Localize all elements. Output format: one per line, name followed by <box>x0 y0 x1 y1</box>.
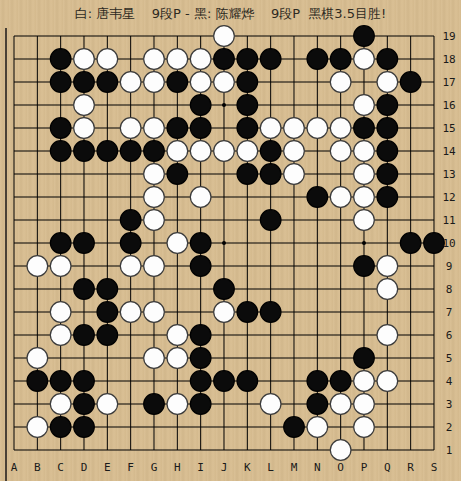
column-label: O <box>337 461 344 474</box>
black-stone <box>237 72 258 93</box>
column-label: L <box>267 461 274 474</box>
white-stone <box>167 325 188 346</box>
black-stone <box>307 187 328 208</box>
white-stone <box>354 49 375 70</box>
black-stone <box>120 210 141 231</box>
white-stone <box>260 394 281 415</box>
black-stone <box>50 371 71 392</box>
column-label: C <box>57 461 64 474</box>
black-stone <box>237 95 258 116</box>
row-label: 14 <box>442 145 455 158</box>
black-stone <box>74 325 95 346</box>
black-stone <box>354 118 375 139</box>
white-stone <box>27 348 48 369</box>
white-stone <box>190 187 211 208</box>
black-stone <box>190 371 211 392</box>
column-label: E <box>104 461 111 474</box>
row-label: 10 <box>442 237 455 250</box>
white-stone <box>330 187 351 208</box>
white-stone <box>50 302 71 323</box>
black-stone <box>190 118 211 139</box>
white-stone <box>260 118 281 139</box>
row-label: 12 <box>442 191 455 204</box>
white-stone <box>144 49 165 70</box>
black-stone <box>120 233 141 254</box>
white-stone <box>330 72 351 93</box>
white-stone <box>190 72 211 93</box>
black-stone <box>400 233 421 254</box>
row-label: 17 <box>442 76 455 89</box>
white-stone <box>330 394 351 415</box>
row-label: 3 <box>446 398 453 411</box>
black-stone <box>74 233 95 254</box>
column-label: J <box>221 461 228 474</box>
white-stone <box>120 302 141 323</box>
white-stone <box>74 95 95 116</box>
black-stone <box>50 141 71 162</box>
column-label: H <box>174 461 181 474</box>
black-stone <box>50 72 71 93</box>
white-stone <box>354 141 375 162</box>
black-stone <box>27 371 48 392</box>
white-stone <box>144 210 165 231</box>
white-stone <box>214 26 235 47</box>
black-stone <box>190 348 211 369</box>
black-stone <box>74 279 95 300</box>
column-label: B <box>34 461 41 474</box>
black-stone <box>307 49 328 70</box>
white-stone <box>190 49 211 70</box>
white-stone <box>50 394 71 415</box>
white-stone <box>214 72 235 93</box>
black-stone <box>400 72 421 93</box>
white-stone <box>144 348 165 369</box>
column-label: K <box>244 461 251 474</box>
white-stone <box>377 279 398 300</box>
go-game-screen: 白: 唐韦星 9段P - 黑: 陈耀烨 9段P 黑棋3.5目胜! ABCDEFG… <box>0 0 461 481</box>
black-stone <box>74 141 95 162</box>
white-stone <box>167 49 188 70</box>
black-stone <box>377 95 398 116</box>
column-label: R <box>407 461 414 474</box>
white-stone <box>144 256 165 277</box>
black-stone <box>260 141 281 162</box>
black-stone <box>144 141 165 162</box>
black-stone <box>167 164 188 185</box>
black-stone <box>74 417 95 438</box>
black-stone <box>190 394 211 415</box>
black-stone <box>74 394 95 415</box>
column-label: N <box>314 461 321 474</box>
column-label: P <box>361 461 368 474</box>
black-stone <box>214 49 235 70</box>
star-point <box>222 241 226 245</box>
white-stone <box>144 118 165 139</box>
column-label: D <box>81 461 88 474</box>
black-stone <box>97 279 118 300</box>
white-stone <box>120 118 141 139</box>
black-stone <box>50 417 71 438</box>
white-stone <box>354 95 375 116</box>
row-label: 13 <box>442 168 455 181</box>
black-stone <box>50 233 71 254</box>
black-stone <box>167 118 188 139</box>
white-stone <box>377 72 398 93</box>
black-stone <box>97 141 118 162</box>
white-stone <box>330 440 351 461</box>
white-stone <box>97 394 118 415</box>
black-stone <box>50 49 71 70</box>
white-stone <box>190 141 211 162</box>
white-stone <box>284 118 305 139</box>
white-stone <box>377 256 398 277</box>
white-stone <box>284 141 305 162</box>
column-label: G <box>151 461 158 474</box>
row-label: 8 <box>446 283 453 296</box>
white-stone <box>307 118 328 139</box>
black-stone <box>307 394 328 415</box>
black-stone <box>377 164 398 185</box>
black-stone <box>260 210 281 231</box>
black-stone <box>354 348 375 369</box>
row-label: 6 <box>446 329 453 342</box>
row-label: 7 <box>446 306 453 319</box>
column-label: F <box>127 461 134 474</box>
white-stone <box>120 72 141 93</box>
row-label: 18 <box>442 53 455 66</box>
go-board[interactable] <box>0 0 461 481</box>
white-stone <box>330 118 351 139</box>
row-label: 15 <box>442 122 455 135</box>
black-stone <box>260 164 281 185</box>
row-label: 5 <box>446 352 453 365</box>
white-stone <box>97 49 118 70</box>
black-stone <box>167 72 188 93</box>
black-stone <box>377 141 398 162</box>
white-stone <box>167 233 188 254</box>
black-stone <box>307 371 328 392</box>
white-stone <box>354 394 375 415</box>
black-stone <box>354 26 375 47</box>
white-stone <box>144 302 165 323</box>
black-stone <box>190 233 211 254</box>
black-stone <box>377 49 398 70</box>
black-stone <box>424 233 445 254</box>
white-stone <box>27 256 48 277</box>
white-stone <box>144 72 165 93</box>
black-stone <box>50 118 71 139</box>
white-stone <box>284 164 305 185</box>
row-label: 1 <box>446 444 453 457</box>
column-label: Q <box>384 461 391 474</box>
black-stone <box>74 371 95 392</box>
white-stone <box>144 164 165 185</box>
black-stone <box>377 118 398 139</box>
black-stone <box>354 256 375 277</box>
black-stone <box>377 187 398 208</box>
row-label: 4 <box>446 375 453 388</box>
white-stone <box>120 256 141 277</box>
black-stone <box>237 164 258 185</box>
white-stone <box>74 118 95 139</box>
black-stone <box>97 72 118 93</box>
row-label: 11 <box>442 214 455 227</box>
column-label: M <box>291 461 298 474</box>
black-stone <box>214 371 235 392</box>
white-stone <box>167 348 188 369</box>
black-stone <box>237 371 258 392</box>
black-stone <box>284 417 305 438</box>
column-label: A <box>11 461 18 474</box>
white-stone <box>354 210 375 231</box>
black-stone <box>190 256 211 277</box>
white-stone <box>144 187 165 208</box>
white-stone <box>50 256 71 277</box>
white-stone <box>307 417 328 438</box>
row-label: 16 <box>442 99 455 112</box>
white-stone <box>167 141 188 162</box>
white-stone <box>354 164 375 185</box>
column-label: I <box>197 461 204 474</box>
white-stone <box>214 302 235 323</box>
white-stone <box>354 371 375 392</box>
white-stone <box>167 394 188 415</box>
star-point <box>222 103 226 107</box>
black-stone <box>190 325 211 346</box>
white-stone <box>377 371 398 392</box>
white-stone <box>50 325 71 346</box>
black-stone <box>330 371 351 392</box>
white-stone <box>377 325 398 346</box>
black-stone <box>120 141 141 162</box>
black-stone <box>190 95 211 116</box>
white-stone <box>214 141 235 162</box>
black-stone <box>330 49 351 70</box>
row-label: 2 <box>446 421 453 434</box>
white-stone <box>354 187 375 208</box>
white-stone <box>330 141 351 162</box>
black-stone <box>237 302 258 323</box>
black-stone <box>260 49 281 70</box>
black-stone <box>97 325 118 346</box>
star-point <box>362 241 366 245</box>
row-label: 9 <box>446 260 453 273</box>
black-stone <box>214 279 235 300</box>
black-stone <box>74 72 95 93</box>
column-label: S <box>431 461 438 474</box>
white-stone <box>354 417 375 438</box>
white-stone <box>74 49 95 70</box>
black-stone <box>97 302 118 323</box>
row-label: 19 <box>442 30 455 43</box>
black-stone <box>237 49 258 70</box>
black-stone <box>237 118 258 139</box>
black-stone <box>144 394 165 415</box>
white-stone <box>237 141 258 162</box>
white-stone <box>27 417 48 438</box>
black-stone <box>260 302 281 323</box>
